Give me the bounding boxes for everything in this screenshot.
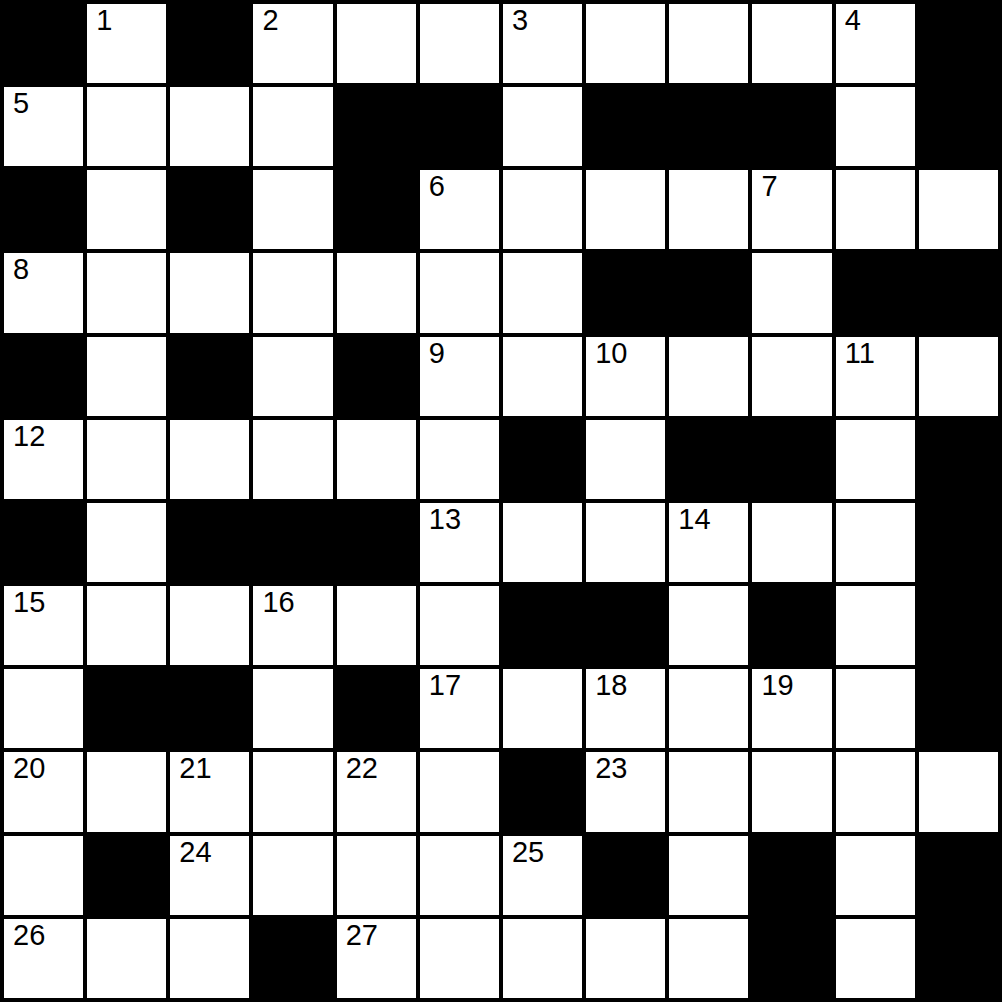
cell-r8c10[interactable] <box>836 669 915 748</box>
cell-r8c9[interactable]: 19 <box>752 669 831 748</box>
cell-r10c6[interactable]: 25 <box>503 836 582 915</box>
cell-r1c11 <box>919 87 998 166</box>
cell-r10c7 <box>586 836 665 915</box>
cell-r3c4[interactable] <box>337 253 416 332</box>
cell-r6c0 <box>4 503 83 582</box>
cell-r4c8[interactable] <box>669 337 748 416</box>
cell-r6c2 <box>170 503 249 582</box>
cell-r8c11 <box>919 669 998 748</box>
clue-number: 1 <box>96 5 112 37</box>
cell-r8c1 <box>87 669 166 748</box>
cell-r5c8 <box>669 420 748 499</box>
cell-r11c3 <box>253 919 332 998</box>
cell-r1c1[interactable] <box>87 87 166 166</box>
cell-r0c8[interactable] <box>669 4 748 83</box>
cell-r11c1[interactable] <box>87 919 166 998</box>
cell-r4c3[interactable] <box>253 337 332 416</box>
clue-number: 3 <box>512 5 528 37</box>
clue-number: 24 <box>179 837 211 869</box>
clue-number: 17 <box>429 670 461 702</box>
cell-r3c5[interactable] <box>420 253 499 332</box>
cell-r1c3[interactable] <box>253 87 332 166</box>
cell-r11c4[interactable]: 27 <box>337 919 416 998</box>
cell-r11c10[interactable] <box>836 919 915 998</box>
clue-number: 7 <box>761 171 777 203</box>
cell-r1c6[interactable] <box>503 87 582 166</box>
cell-r1c2[interactable] <box>170 87 249 166</box>
clue-number: 10 <box>595 338 627 370</box>
cell-r6c3 <box>253 503 332 582</box>
cell-r4c2 <box>170 337 249 416</box>
cell-r6c8[interactable]: 14 <box>669 503 748 582</box>
cell-r3c9[interactable] <box>752 253 831 332</box>
cell-r5c2[interactable] <box>170 420 249 499</box>
clue-number: 18 <box>595 670 627 702</box>
cell-r2c9[interactable]: 7 <box>752 170 831 249</box>
cell-r9c7[interactable]: 23 <box>586 752 665 831</box>
cell-r3c6[interactable] <box>503 253 582 332</box>
cell-r11c9 <box>752 919 831 998</box>
clue-number: 14 <box>678 504 710 536</box>
cell-r3c1[interactable] <box>87 253 166 332</box>
cell-r7c5[interactable] <box>420 586 499 665</box>
cell-r7c8[interactable] <box>669 586 748 665</box>
cell-r0c10[interactable]: 4 <box>836 4 915 83</box>
cell-r1c5 <box>420 87 499 166</box>
cell-r2c4 <box>337 170 416 249</box>
clue-number: 20 <box>13 753 45 785</box>
clue-number: 19 <box>761 670 793 702</box>
cell-r0c5[interactable] <box>420 4 499 83</box>
cell-r6c4 <box>337 503 416 582</box>
cell-r2c11[interactable] <box>919 170 998 249</box>
cell-r10c4[interactable] <box>337 836 416 915</box>
cell-r7c1[interactable] <box>87 586 166 665</box>
clue-number: 15 <box>13 587 45 619</box>
cell-r1c7 <box>586 87 665 166</box>
cell-r1c10[interactable] <box>836 87 915 166</box>
cell-r10c2[interactable]: 24 <box>170 836 249 915</box>
cell-r9c2[interactable]: 21 <box>170 752 249 831</box>
clue-number: 22 <box>346 753 378 785</box>
cell-r8c3[interactable] <box>253 669 332 748</box>
cell-r11c5[interactable] <box>420 919 499 998</box>
cell-r10c3[interactable] <box>253 836 332 915</box>
cell-r10c0[interactable] <box>4 836 83 915</box>
cell-r2c2 <box>170 170 249 249</box>
clue-number: 2 <box>262 5 278 37</box>
cell-r2c7[interactable] <box>586 170 665 249</box>
cell-r5c4[interactable] <box>337 420 416 499</box>
cell-r0c0 <box>4 4 83 83</box>
cell-r9c8[interactable] <box>669 752 748 831</box>
cell-r4c9[interactable] <box>752 337 831 416</box>
cell-r0c3[interactable]: 2 <box>253 4 332 83</box>
cell-r2c5[interactable]: 6 <box>420 170 499 249</box>
crossword-grid: 1234567891011121314151617181920212223242… <box>0 0 1002 1002</box>
cell-r4c1[interactable] <box>87 337 166 416</box>
cell-r3c7 <box>586 253 665 332</box>
clue-number: 8 <box>13 254 29 286</box>
cell-r10c11 <box>919 836 998 915</box>
cell-r8c4 <box>337 669 416 748</box>
clue-number: 25 <box>512 837 544 869</box>
cell-r10c1 <box>87 836 166 915</box>
cell-r5c7[interactable] <box>586 420 665 499</box>
cell-r10c10[interactable] <box>836 836 915 915</box>
cell-r6c7[interactable] <box>586 503 665 582</box>
cell-r9c9[interactable] <box>752 752 831 831</box>
clue-number: 16 <box>262 587 294 619</box>
cell-r7c0[interactable]: 15 <box>4 586 83 665</box>
clue-number: 23 <box>595 753 627 785</box>
cell-r5c5[interactable] <box>420 420 499 499</box>
cell-r7c3[interactable]: 16 <box>253 586 332 665</box>
cell-r11c0[interactable]: 26 <box>4 919 83 998</box>
cell-r3c8 <box>669 253 748 332</box>
cell-r0c11 <box>919 4 998 83</box>
cell-r8c2 <box>170 669 249 748</box>
cell-r0c1[interactable]: 1 <box>87 4 166 83</box>
cell-r9c4[interactable]: 22 <box>337 752 416 831</box>
cell-r5c1[interactable] <box>87 420 166 499</box>
cell-r10c9 <box>752 836 831 915</box>
cell-r7c9 <box>752 586 831 665</box>
cell-r11c6[interactable] <box>503 919 582 998</box>
cell-r0c7[interactable] <box>586 4 665 83</box>
cell-r2c3[interactable] <box>253 170 332 249</box>
cell-r1c8 <box>669 87 748 166</box>
cell-r5c6 <box>503 420 582 499</box>
cell-r2c10[interactable] <box>836 170 915 249</box>
cell-r8c8[interactable] <box>669 669 748 748</box>
cell-r9c6 <box>503 752 582 831</box>
cell-r3c10 <box>836 253 915 332</box>
cell-r8c6[interactable] <box>503 669 582 748</box>
cell-r2c0 <box>4 170 83 249</box>
cell-r6c10[interactable] <box>836 503 915 582</box>
cell-r7c2[interactable] <box>170 586 249 665</box>
cell-r3c0[interactable]: 8 <box>4 253 83 332</box>
cell-r7c7 <box>586 586 665 665</box>
cell-r11c8[interactable] <box>669 919 748 998</box>
cell-r3c11 <box>919 253 998 332</box>
cell-r4c6[interactable] <box>503 337 582 416</box>
cell-r5c0[interactable]: 12 <box>4 420 83 499</box>
cell-r1c9 <box>752 87 831 166</box>
cell-r6c11 <box>919 503 998 582</box>
cell-r7c10[interactable] <box>836 586 915 665</box>
cell-r0c6[interactable]: 3 <box>503 4 582 83</box>
clue-number: 27 <box>346 920 378 952</box>
cell-r3c3[interactable] <box>253 253 332 332</box>
clue-number: 12 <box>13 421 45 453</box>
clue-number: 6 <box>429 171 445 203</box>
cell-r10c5[interactable] <box>420 836 499 915</box>
cell-r1c4 <box>337 87 416 166</box>
cell-r4c0 <box>4 337 83 416</box>
cell-r5c9 <box>752 420 831 499</box>
cell-r9c10[interactable] <box>836 752 915 831</box>
cell-r8c7[interactable]: 18 <box>586 669 665 748</box>
cell-r0c9[interactable] <box>752 4 831 83</box>
cell-r2c1[interactable] <box>87 170 166 249</box>
cell-r5c3[interactable] <box>253 420 332 499</box>
cell-r4c10[interactable]: 11 <box>836 337 915 416</box>
cell-r5c10[interactable] <box>836 420 915 499</box>
clue-number: 21 <box>179 753 211 785</box>
cell-r4c7[interactable]: 10 <box>586 337 665 416</box>
clue-number: 5 <box>13 88 29 120</box>
cell-r11c11 <box>919 919 998 998</box>
cell-r0c2 <box>170 4 249 83</box>
cell-r6c5[interactable]: 13 <box>420 503 499 582</box>
cell-r9c0[interactable]: 20 <box>4 752 83 831</box>
cell-r9c3[interactable] <box>253 752 332 831</box>
cell-r3c2[interactable] <box>170 253 249 332</box>
cell-r6c9[interactable] <box>752 503 831 582</box>
cell-r10c8[interactable] <box>669 836 748 915</box>
cell-r4c5[interactable]: 9 <box>420 337 499 416</box>
clue-number: 26 <box>13 920 45 952</box>
cell-r9c11[interactable] <box>919 752 998 831</box>
cell-r4c11[interactable] <box>919 337 998 416</box>
cell-r6c6[interactable] <box>503 503 582 582</box>
clue-number: 11 <box>845 338 875 370</box>
cell-r4c4 <box>337 337 416 416</box>
cell-r7c6 <box>503 586 582 665</box>
cell-r1c0[interactable]: 5 <box>4 87 83 166</box>
clue-number: 13 <box>429 504 461 536</box>
clue-number: 4 <box>845 5 861 37</box>
cell-r11c7[interactable] <box>586 919 665 998</box>
cell-r7c11 <box>919 586 998 665</box>
cell-r9c5[interactable] <box>420 752 499 831</box>
cell-r11c2[interactable] <box>170 919 249 998</box>
cell-r0c4[interactable] <box>337 4 416 83</box>
cell-r8c0[interactable] <box>4 669 83 748</box>
cell-r8c5[interactable]: 17 <box>420 669 499 748</box>
cell-r9c1[interactable] <box>87 752 166 831</box>
cell-r2c8[interactable] <box>669 170 748 249</box>
cell-r7c4[interactable] <box>337 586 416 665</box>
clue-number: 9 <box>429 338 445 370</box>
cell-r6c1[interactable] <box>87 503 166 582</box>
cell-r5c11 <box>919 420 998 499</box>
cell-r2c6[interactable] <box>503 170 582 249</box>
